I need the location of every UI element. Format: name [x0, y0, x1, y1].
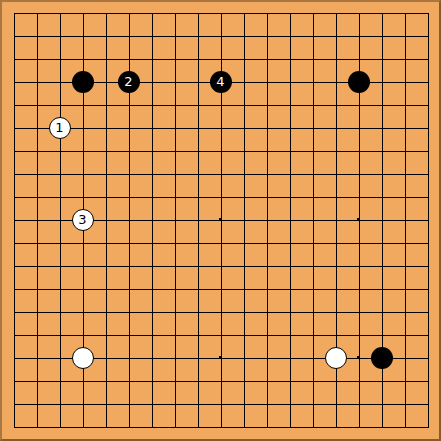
- stone-white-d4: [72, 347, 94, 369]
- stone-black-move-4: 4: [210, 71, 232, 93]
- stone-white-move-1: 1: [49, 117, 71, 139]
- board-point-grid: 2413: [2, 1, 439, 438]
- stone-black-d16: [72, 71, 94, 93]
- stone-black-move-2: 2: [118, 71, 140, 93]
- star-point: [219, 218, 222, 221]
- star-point: [219, 356, 222, 359]
- go-board[interactable]: 2413: [0, 0, 441, 441]
- star-point: [357, 218, 360, 221]
- stone-black-q16: [348, 71, 370, 93]
- stone-black-r4: [371, 347, 393, 369]
- stone-white-p4: [325, 347, 347, 369]
- star-point: [357, 356, 360, 359]
- stone-white-move-3: 3: [72, 209, 94, 231]
